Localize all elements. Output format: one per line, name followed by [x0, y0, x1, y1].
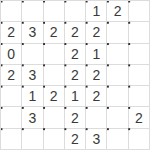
cell-r2c2[interactable]: 3 [22, 22, 42, 42]
cell-r1c7[interactable] [129, 1, 149, 21]
cell-r1c2[interactable] [22, 1, 42, 21]
cell-r6c1[interactable] [1, 107, 21, 127]
cell-r7c1[interactable] [1, 129, 21, 149]
cell-r2c7[interactable] [129, 22, 149, 42]
cell-r3c6[interactable] [107, 44, 127, 64]
cell-r7c2[interactable] [22, 129, 42, 149]
cell-r1c6[interactable]: 2 [107, 1, 127, 21]
cell-r4c5[interactable]: 2 [86, 65, 106, 85]
cell-r7c4[interactable]: 2 [65, 129, 85, 149]
cell-r2c4[interactable]: 2 [65, 22, 85, 42]
cell-r5c3[interactable]: 2 [44, 86, 64, 106]
cell-r7c7[interactable] [129, 129, 149, 149]
cell-r4c3[interactable] [44, 65, 64, 85]
cell-r2c1[interactable]: 2 [1, 22, 21, 42]
cell-r3c5[interactable]: 1 [86, 44, 106, 64]
cell-r2c3[interactable]: 2 [44, 22, 64, 42]
cell-r6c2[interactable]: 3 [22, 107, 42, 127]
cell-r3c4[interactable]: 2 [65, 44, 85, 64]
cell-r4c1[interactable]: 2 [1, 65, 21, 85]
cell-r1c1[interactable] [1, 1, 21, 21]
cell-r1c4[interactable] [65, 1, 85, 21]
cell-r4c7[interactable] [129, 65, 149, 85]
cell-r3c3[interactable] [44, 44, 64, 64]
cell-r5c2[interactable]: 1 [22, 86, 42, 106]
cell-r6c4[interactable]: 2 [65, 107, 85, 127]
cell-r1c3[interactable] [44, 1, 64, 21]
cell-r2c6[interactable] [107, 22, 127, 42]
slitherlink-board: 1 2 2 3 2 2 2 0 2 1 2 3 2 2 1 2 1 2 3 2 … [0, 0, 150, 150]
cell-r3c1[interactable]: 0 [1, 44, 21, 64]
cell-r7c5[interactable]: 3 [86, 129, 106, 149]
cell-r6c3[interactable] [44, 107, 64, 127]
cell-r6c7[interactable]: 2 [129, 107, 149, 127]
cell-r5c4[interactable]: 1 [65, 86, 85, 106]
cell-r4c2[interactable]: 3 [22, 65, 42, 85]
cell-r5c6[interactable] [107, 86, 127, 106]
cell-r4c4[interactable]: 2 [65, 65, 85, 85]
cell-r3c2[interactable] [22, 44, 42, 64]
cell-r7c3[interactable] [44, 129, 64, 149]
cell-r5c7[interactable] [129, 86, 149, 106]
cell-r2c5[interactable]: 2 [86, 22, 106, 42]
cell-r6c5[interactable] [86, 107, 106, 127]
cell-r7c6[interactable] [107, 129, 127, 149]
cell-r3c7[interactable] [129, 44, 149, 64]
cell-r4c6[interactable] [107, 65, 127, 85]
cell-r6c6[interactable] [107, 107, 127, 127]
cell-r5c5[interactable]: 2 [86, 86, 106, 106]
cell-r5c1[interactable] [1, 86, 21, 106]
cell-r1c5[interactable]: 1 [86, 1, 106, 21]
